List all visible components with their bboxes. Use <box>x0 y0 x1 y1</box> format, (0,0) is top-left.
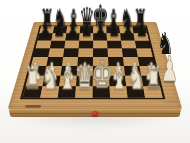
square-b7: ♟ <box>51 33 66 40</box>
square-h1: ♜ <box>143 86 163 97</box>
board-front-edge <box>9 109 181 117</box>
square-e7: ♟ <box>93 33 107 40</box>
offboard-pawn-shadow <box>160 98 182 104</box>
piece-black-pawn: ♟ <box>39 19 51 39</box>
square-h6 <box>135 41 151 49</box>
piece-black-pawn: ♟ <box>108 19 120 39</box>
square-b5 <box>48 48 64 56</box>
square-d6 <box>79 41 93 49</box>
chess-set-photo: ♜♞♝♛♚♝♞♜♟♟♟♟♟♟♟♟♟♟♟♟♟♟♟♟♜♞♝♛♚♝♞♜ ♞♟ <box>0 0 190 143</box>
square-f1: ♝ <box>110 86 128 97</box>
square-b1: ♞ <box>40 86 59 97</box>
board-grid: ♜♞♝♛♚♝♞♜♟♟♟♟♟♟♟♟♟♟♟♟♟♟♟♟♜♞♝♛♚♝♞♜ <box>20 25 165 99</box>
piece-white-bishop: ♝ <box>57 62 76 94</box>
piece-black-pawn: ♟ <box>94 19 106 39</box>
square-g1: ♞ <box>126 86 145 97</box>
piece-black-pawn: ♟ <box>67 19 79 39</box>
square-f6 <box>107 41 122 49</box>
piece-white-bishop: ♝ <box>109 62 128 94</box>
perspective-scene: ♜♞♝♛♚♝♞♜♟♟♟♟♟♟♟♟♟♟♟♟♟♟♟♟♜♞♝♛♚♝♞♜ <box>23 0 167 130</box>
square-g7: ♟ <box>120 33 135 40</box>
square-h7: ♟ <box>134 33 149 40</box>
square-c7: ♟ <box>65 33 79 40</box>
piece-black-pawn: ♟ <box>122 19 134 39</box>
piece-white-knight: ♞ <box>127 62 146 94</box>
square-d7: ♟ <box>79 33 93 40</box>
square-a5 <box>33 48 50 56</box>
piece-black-pawn: ♟ <box>136 19 148 39</box>
square-f7: ♟ <box>107 33 121 40</box>
offboard-knight-shadow <box>156 66 176 72</box>
piece-black-pawn: ♟ <box>80 19 92 39</box>
square-b6 <box>50 41 65 49</box>
square-c6 <box>64 41 79 49</box>
square-e6 <box>93 41 107 49</box>
square-h5 <box>136 48 152 56</box>
square-g5 <box>122 48 138 56</box>
square-a6 <box>35 41 51 49</box>
piece-white-knight: ♞ <box>40 62 59 94</box>
piece-white-rook: ♜ <box>23 62 42 94</box>
square-g6 <box>121 41 136 49</box>
red-latch-knob <box>92 111 98 116</box>
piece-black-pawn: ♟ <box>53 19 65 39</box>
maker-stamp <box>25 105 41 108</box>
square-c1: ♝ <box>58 86 76 97</box>
square-e1: ♚ <box>93 86 110 97</box>
